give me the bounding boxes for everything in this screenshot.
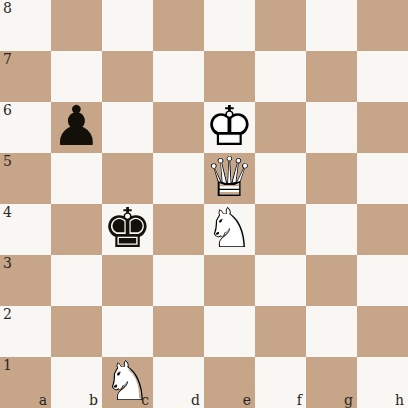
- square-h1[interactable]: h: [357, 357, 408, 408]
- square-f7[interactable]: [255, 51, 306, 102]
- white-knight-icon[interactable]: ♞♘: [204, 204, 255, 255]
- square-a5[interactable]: 5: [0, 153, 51, 204]
- file-label-a: a: [39, 392, 47, 408]
- square-a7[interactable]: 7: [0, 51, 51, 102]
- square-g3[interactable]: [306, 255, 357, 306]
- square-a8[interactable]: 8: [0, 0, 51, 51]
- rank-label-8: 8: [3, 0, 12, 17]
- square-g6[interactable]: [306, 102, 357, 153]
- square-g8[interactable]: [306, 0, 357, 51]
- square-g2[interactable]: [306, 306, 357, 357]
- square-b2[interactable]: [51, 306, 102, 357]
- square-d4[interactable]: [153, 204, 204, 255]
- square-d8[interactable]: [153, 0, 204, 51]
- square-d3[interactable]: [153, 255, 204, 306]
- square-a6[interactable]: 6: [0, 102, 51, 153]
- rank-label-1: 1: [3, 357, 12, 374]
- square-a2[interactable]: 2: [0, 306, 51, 357]
- square-b1[interactable]: b: [51, 357, 102, 408]
- square-b8[interactable]: [51, 0, 102, 51]
- square-c7[interactable]: [102, 51, 153, 102]
- square-b5[interactable]: [51, 153, 102, 204]
- square-g1[interactable]: g: [306, 357, 357, 408]
- square-h6[interactable]: [357, 102, 408, 153]
- square-f4[interactable]: [255, 204, 306, 255]
- square-h2[interactable]: [357, 306, 408, 357]
- square-f1[interactable]: f: [255, 357, 306, 408]
- piece-solid-layer: ♚: [102, 204, 153, 255]
- chess-board: 876♟♚♔5♛♕4♚♞♘321abc♞♘defgh: [0, 0, 408, 408]
- square-d6[interactable]: [153, 102, 204, 153]
- square-h7[interactable]: [357, 51, 408, 102]
- square-c1[interactable]: c♞♘: [102, 357, 153, 408]
- piece-solid-layer: ♟: [51, 102, 102, 153]
- square-e1[interactable]: e: [204, 357, 255, 408]
- square-h3[interactable]: [357, 255, 408, 306]
- square-g4[interactable]: [306, 204, 357, 255]
- file-label-f: f: [297, 392, 302, 408]
- square-b4[interactable]: [51, 204, 102, 255]
- rank-label-6: 6: [3, 102, 12, 119]
- square-f8[interactable]: [255, 0, 306, 51]
- piece-outline-layer: ♘: [102, 357, 153, 408]
- rank-label-2: 2: [3, 306, 12, 323]
- square-d7[interactable]: [153, 51, 204, 102]
- square-h4[interactable]: [357, 204, 408, 255]
- black-pawn-icon[interactable]: ♟: [51, 102, 102, 153]
- file-label-h: h: [395, 392, 404, 408]
- square-g7[interactable]: [306, 51, 357, 102]
- square-c6[interactable]: [102, 102, 153, 153]
- square-h5[interactable]: [357, 153, 408, 204]
- square-b3[interactable]: [51, 255, 102, 306]
- square-f5[interactable]: [255, 153, 306, 204]
- square-e3[interactable]: [204, 255, 255, 306]
- square-e2[interactable]: [204, 306, 255, 357]
- square-c4[interactable]: ♚: [102, 204, 153, 255]
- rank-label-7: 7: [3, 51, 12, 68]
- square-d1[interactable]: d: [153, 357, 204, 408]
- file-label-d: d: [191, 392, 200, 408]
- square-d2[interactable]: [153, 306, 204, 357]
- square-d5[interactable]: [153, 153, 204, 204]
- square-a3[interactable]: 3: [0, 255, 51, 306]
- rank-label-5: 5: [3, 153, 12, 170]
- square-e8[interactable]: [204, 0, 255, 51]
- file-label-b: b: [89, 392, 98, 408]
- square-f2[interactable]: [255, 306, 306, 357]
- white-knight-icon[interactable]: ♞♘: [102, 357, 153, 408]
- rank-label-3: 3: [3, 255, 12, 272]
- rank-label-4: 4: [3, 204, 12, 221]
- square-f6[interactable]: [255, 102, 306, 153]
- file-label-e: e: [243, 392, 251, 408]
- square-b6[interactable]: ♟: [51, 102, 102, 153]
- square-c3[interactable]: [102, 255, 153, 306]
- square-a1[interactable]: 1a: [0, 357, 51, 408]
- square-a4[interactable]: 4: [0, 204, 51, 255]
- square-g5[interactable]: [306, 153, 357, 204]
- piece-outline-layer: ♘: [204, 204, 255, 255]
- square-h8[interactable]: [357, 0, 408, 51]
- black-king-icon[interactable]: ♚: [102, 204, 153, 255]
- square-c8[interactable]: [102, 0, 153, 51]
- file-label-g: g: [344, 392, 353, 408]
- square-e4[interactable]: ♞♘: [204, 204, 255, 255]
- square-f3[interactable]: [255, 255, 306, 306]
